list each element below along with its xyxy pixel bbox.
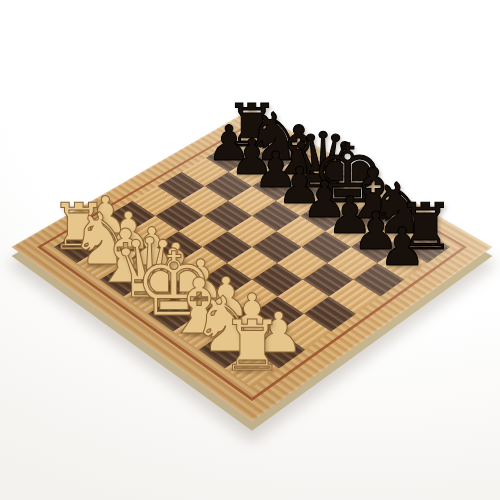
chess-board (12, 108, 493, 421)
board-grid (54, 131, 450, 388)
board-layer (82, 77, 422, 417)
chess-photo-scene: ♜♞♝♛♚♝♞♜♟♟♟♟♟♟♟♟♟♟♟♟♟♟♟♟♜♞♝♛♚♝♞♜ (0, 0, 500, 500)
